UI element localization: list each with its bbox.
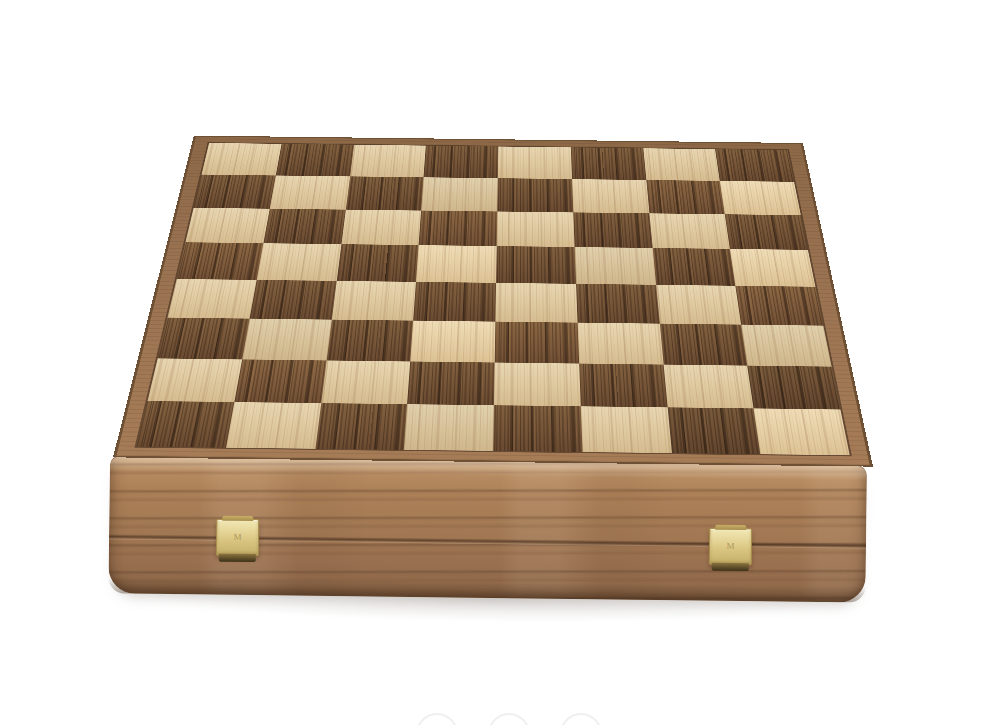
- square-h8: [715, 149, 794, 182]
- square-c7: [345, 176, 423, 210]
- square-b7: [270, 175, 350, 209]
- square-b2: [234, 359, 326, 403]
- square-g4: [656, 285, 742, 325]
- square-a4: [167, 279, 256, 319]
- square-f8: [571, 147, 646, 180]
- square-d2: [407, 361, 494, 405]
- square-f4: [576, 284, 659, 324]
- board-frame: [113, 136, 873, 467]
- square-f6: [573, 212, 652, 248]
- photo-tilt-wrapper: M M: [0, 0, 988, 725]
- square-e5: [496, 246, 576, 284]
- square-h1: [754, 409, 850, 456]
- board-top-surface: [113, 136, 873, 467]
- brass-latch-right: M: [709, 528, 752, 566]
- case-front-panel: M M: [108, 455, 867, 602]
- square-g1: [667, 407, 760, 454]
- square-h4: [736, 286, 824, 326]
- square-b8: [276, 144, 354, 176]
- square-d7: [421, 177, 497, 211]
- square-a3: [158, 317, 250, 359]
- square-g8: [643, 148, 720, 181]
- brass-latch-left: M: [216, 519, 259, 557]
- square-c3: [326, 320, 413, 362]
- square-b1: [226, 402, 321, 449]
- square-h5: [730, 249, 815, 287]
- square-a6: [185, 208, 269, 244]
- square-e7: [497, 178, 573, 212]
- product-photo-chess-case: M M: [0, 0, 988, 725]
- square-d3: [410, 321, 495, 363]
- square-b3: [242, 319, 331, 361]
- square-h7: [720, 181, 801, 215]
- square-f2: [579, 363, 667, 407]
- square-d4: [413, 282, 496, 322]
- square-f5: [574, 247, 655, 285]
- latch-monogram: M: [233, 533, 241, 542]
- square-c6: [341, 209, 421, 245]
- square-d5: [416, 245, 496, 283]
- square-e4: [495, 283, 577, 323]
- square-d1: [404, 404, 494, 451]
- square-b4: [249, 280, 336, 320]
- square-d8: [424, 146, 499, 179]
- square-h3: [741, 325, 831, 367]
- square-c5: [336, 244, 418, 282]
- square-e2: [494, 362, 581, 406]
- square-g3: [659, 324, 747, 366]
- square-e8: [498, 146, 572, 179]
- square-e1: [493, 405, 582, 452]
- square-g5: [652, 248, 735, 286]
- square-b5: [256, 243, 341, 281]
- square-e3: [495, 322, 579, 364]
- latch-monogram: M: [726, 542, 734, 551]
- square-d6: [419, 210, 497, 246]
- square-f1: [581, 406, 672, 453]
- checkerboard: [137, 143, 850, 455]
- square-g7: [646, 180, 725, 214]
- square-g6: [649, 213, 730, 249]
- square-a1: [137, 401, 234, 448]
- square-f7: [572, 179, 649, 213]
- square-c8: [350, 145, 426, 177]
- square-a7: [194, 174, 276, 208]
- square-g2: [663, 364, 754, 408]
- square-f3: [577, 323, 663, 365]
- square-a8: [202, 143, 282, 175]
- square-h6: [725, 214, 808, 250]
- square-h2: [747, 365, 840, 409]
- square-c2: [321, 360, 411, 404]
- square-b6: [263, 209, 345, 245]
- square-a2: [147, 358, 241, 402]
- square-e6: [497, 211, 575, 247]
- square-c4: [331, 281, 416, 321]
- square-a5: [177, 242, 264, 280]
- square-c1: [315, 403, 407, 450]
